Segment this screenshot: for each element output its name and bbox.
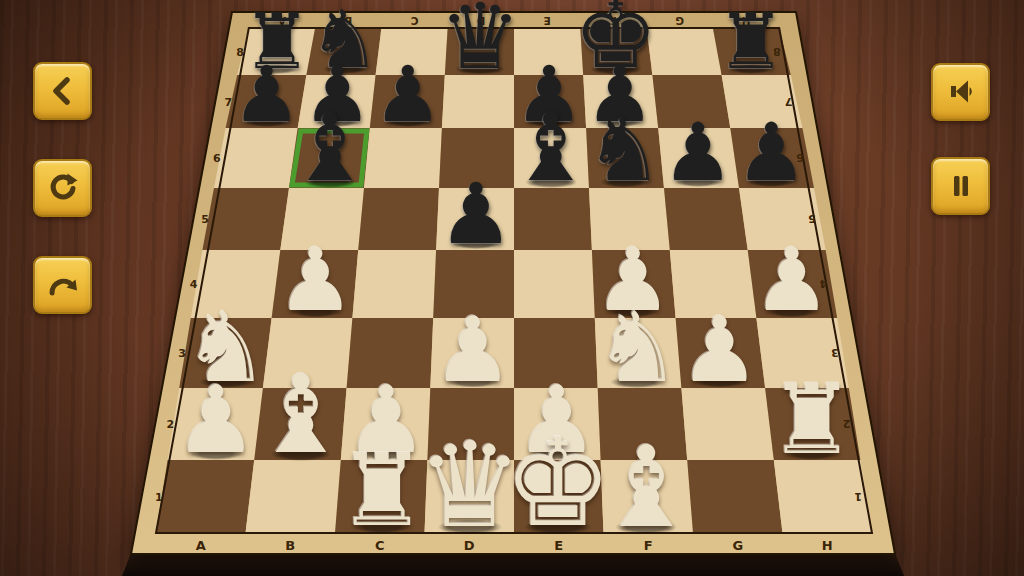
coord-label: 4 [190, 278, 198, 291]
pause-button[interactable] [931, 157, 990, 215]
game-stage: ABCDEFGHABCDEFGH8765432187654321 ♜♞♛♚♜♟♟… [0, 0, 1024, 576]
speaker-icon [943, 74, 979, 110]
square-g8[interactable] [647, 28, 722, 75]
redo-button[interactable] [33, 256, 92, 314]
coord-label: 5 [201, 213, 209, 226]
pause-icon [943, 168, 979, 204]
coord-label: G [675, 15, 684, 27]
redo-arrow-icon [44, 266, 82, 304]
piece-white-rook-h2[interactable]: ♜ [812, 454, 899, 551]
chevron-left-icon [45, 73, 81, 109]
back-button[interactable] [33, 62, 92, 120]
piece-white-bishop-f1[interactable]: ♝ [646, 527, 746, 576]
restart-rotate-icon [44, 169, 82, 207]
coord-label: E [544, 15, 551, 27]
restart-button[interactable] [33, 159, 92, 217]
coord-label: C [410, 15, 418, 27]
coord-label: 6 [213, 152, 221, 165]
coord-label: 1 [155, 491, 163, 504]
coord-label: 2 [167, 418, 175, 431]
sound-button[interactable] [931, 63, 990, 121]
coord-label: 7 [225, 96, 233, 109]
coord-label: A [196, 538, 206, 553]
